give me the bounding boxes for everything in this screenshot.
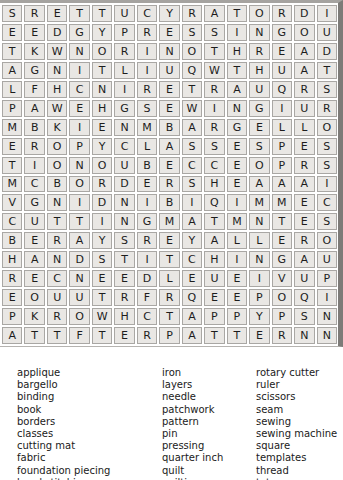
grid-cell-r17c10: P bbox=[204, 308, 224, 325]
grid-cell-r11c10: Q bbox=[204, 194, 224, 211]
grid-cell-r15c6: E bbox=[114, 270, 134, 287]
grid-cell-r2c13: G bbox=[272, 24, 292, 41]
grid-cell-r17c4: O bbox=[69, 308, 89, 325]
grid-cell-r2c7: R bbox=[137, 24, 157, 41]
grid-cell-r12c8: M bbox=[159, 213, 179, 230]
grid-cell-r6c13: I bbox=[272, 100, 292, 117]
grid-cell-r6c6: G bbox=[114, 100, 134, 117]
grid-cell-r4c1: A bbox=[2, 62, 22, 79]
grid-cell-r14c9: C bbox=[182, 251, 202, 268]
grid-cell-r1c15: I bbox=[317, 5, 337, 22]
grid-cell-r6c14: U bbox=[294, 100, 314, 117]
grid-cell-r10c1: M bbox=[2, 176, 22, 193]
grid-cell-r3c14: A bbox=[294, 43, 314, 60]
grid-cell-r12c15: S bbox=[317, 213, 337, 230]
grid-cell-r4c13: U bbox=[272, 62, 292, 79]
grid-cell-r4c12: H bbox=[249, 62, 269, 79]
grid-cell-r7c5: E bbox=[92, 119, 112, 136]
grid-cell-r11c14: E bbox=[294, 194, 314, 211]
grid-cell-r9c7: B bbox=[137, 157, 157, 174]
grid-cell-r4c8: U bbox=[159, 62, 179, 79]
grid-cell-r5c5: N bbox=[92, 81, 112, 98]
grid-cell-r18c3: T bbox=[47, 327, 67, 344]
grid-cell-r18c13: R bbox=[272, 327, 292, 344]
grid-cell-r11c12: M bbox=[249, 194, 269, 211]
grid-cell-r17c12: Y bbox=[249, 308, 269, 325]
grid-cell-r13c4: A bbox=[69, 232, 89, 249]
grid-cell-r17c5: W bbox=[92, 308, 112, 325]
grid-cell-r11c4: I bbox=[69, 194, 89, 211]
grid-cell-r1c10: A bbox=[204, 5, 224, 22]
grid-cell-r10c9: S bbox=[182, 176, 202, 193]
grid-cell-r16c9: Q bbox=[182, 289, 202, 306]
word-list-item: needle bbox=[162, 391, 223, 403]
grid-cell-r14c6: T bbox=[114, 251, 134, 268]
grid-cell-r14c8: T bbox=[159, 251, 179, 268]
grid-cell-r15c7: D bbox=[137, 270, 157, 287]
grid-cell-r10c11: E bbox=[227, 176, 247, 193]
word-list-item: rotary cutter bbox=[256, 367, 337, 379]
grid-cell-r8c9: S bbox=[182, 138, 202, 155]
word-list-item: sewing machine bbox=[256, 428, 337, 440]
grid-cell-r18c6: E bbox=[114, 327, 134, 344]
grid-cell-r13c14: R bbox=[294, 232, 314, 249]
grid-cell-r9c12: O bbox=[249, 157, 269, 174]
grid-cell-r3c13: E bbox=[272, 43, 292, 60]
word-list-item: layers bbox=[162, 379, 223, 391]
grid-cell-r7c3: K bbox=[47, 119, 67, 136]
grid-cell-r14c7: I bbox=[137, 251, 157, 268]
word-list-item: sewing bbox=[256, 416, 337, 428]
grid-cell-r15c10: U bbox=[204, 270, 224, 287]
grid-cell-r7c7: M bbox=[137, 119, 157, 136]
grid-cell-r10c2: C bbox=[24, 176, 44, 193]
grid-cell-r16c4: U bbox=[69, 289, 89, 306]
grid-cell-r1c3: E bbox=[47, 5, 67, 22]
grid-cell-r13c6: S bbox=[114, 232, 134, 249]
grid-cell-r14c3: N bbox=[47, 251, 67, 268]
grid-cell-r2c15: U bbox=[317, 24, 337, 41]
grid-cell-r2c11: I bbox=[227, 24, 247, 41]
grid-cell-r17c2: K bbox=[24, 308, 44, 325]
grid-cell-r7c9: A bbox=[182, 119, 202, 136]
grid-cell-r5c12: U bbox=[249, 81, 269, 98]
grid-cell-r17c8: T bbox=[159, 308, 179, 325]
grid-cell-r8c14: E bbox=[294, 138, 314, 155]
word-search-grid: SRETTUCYRATORDIEEDGYPRESSINGOUTKWNORINOT… bbox=[0, 0, 343, 347]
grid-cell-r18c12: E bbox=[249, 327, 269, 344]
grid-cell-r15c4: N bbox=[69, 270, 89, 287]
grid-cell-r17c3: R bbox=[47, 308, 67, 325]
grid-cell-r12c6: N bbox=[114, 213, 134, 230]
grid-cell-r9c5: O bbox=[92, 157, 112, 174]
grid-cell-r3c2: K bbox=[24, 43, 44, 60]
grid-cell-r4c9: Q bbox=[182, 62, 202, 79]
grid-cell-r8c1: E bbox=[2, 138, 22, 155]
grid-cell-r7c8: B bbox=[159, 119, 179, 136]
word-list-item: book bbox=[17, 404, 110, 416]
word-column-3: rotary cutterrulerscissorsseamsewingsewi… bbox=[256, 367, 337, 480]
grid-cell-r1c1: S bbox=[2, 5, 22, 22]
grid-cell-r5c14: R bbox=[294, 81, 314, 98]
grid-cell-r1c2: R bbox=[24, 5, 44, 22]
word-list-item: bargello bbox=[17, 379, 110, 391]
grid-cell-r9c1: T bbox=[2, 157, 22, 174]
grid-cell-r13c9: Y bbox=[182, 232, 202, 249]
grid-cell-r17c7: C bbox=[137, 308, 157, 325]
grid-cell-r9c4: N bbox=[69, 157, 89, 174]
grid-cell-r18c15: N bbox=[317, 327, 337, 344]
grid-cell-r12c9: A bbox=[182, 213, 202, 230]
grid-cell-r5c9: T bbox=[182, 81, 202, 98]
grid-cell-r14c5: S bbox=[92, 251, 112, 268]
grid-cell-r16c6: R bbox=[114, 289, 134, 306]
grid-cell-r17c15: N bbox=[317, 308, 337, 325]
grid-cell-r14c11: I bbox=[227, 251, 247, 268]
grid-cell-r6c8: E bbox=[159, 100, 179, 117]
grid-cell-r2c12: N bbox=[249, 24, 269, 41]
grid-cell-r11c8: B bbox=[159, 194, 179, 211]
grid-cell-r5c8: E bbox=[159, 81, 179, 98]
grid-cell-r15c14: U bbox=[294, 270, 314, 287]
grid-cell-r10c8: R bbox=[159, 176, 179, 193]
grid-cell-r8c5: Y bbox=[92, 138, 112, 155]
grid-cell-r4c10: W bbox=[204, 62, 224, 79]
grid-cell-r12c5: I bbox=[92, 213, 112, 230]
grid-cell-r14c14: A bbox=[294, 251, 314, 268]
grid-cell-r18c14: N bbox=[294, 327, 314, 344]
word-list-item: pressing bbox=[162, 440, 223, 452]
grid-cell-r14c2: A bbox=[24, 251, 44, 268]
grid-cell-r9c9: C bbox=[182, 157, 202, 174]
grid-cell-r3c1: T bbox=[2, 43, 22, 60]
grid-cell-r3c5: O bbox=[92, 43, 112, 60]
grid-cell-r17c11: P bbox=[227, 308, 247, 325]
grid-cell-r11c15: C bbox=[317, 194, 337, 211]
grid-cell-r16c2: O bbox=[24, 289, 44, 306]
grid-cell-r16c5: T bbox=[92, 289, 112, 306]
grid-cell-r9c6: U bbox=[114, 157, 134, 174]
grid-cell-r2c3: D bbox=[47, 24, 67, 41]
word-list-item: quarter inch bbox=[162, 452, 223, 464]
grid-cell-r16c12: P bbox=[249, 289, 269, 306]
grid-cell-r4c2: G bbox=[24, 62, 44, 79]
word-list-item: thread bbox=[256, 465, 337, 477]
grid-cell-r13c7: R bbox=[137, 232, 157, 249]
grid-cell-r9c8: E bbox=[159, 157, 179, 174]
grid-cell-r2c4: G bbox=[69, 24, 89, 41]
grid-cell-r9c11: E bbox=[227, 157, 247, 174]
grid-cell-r12c4: T bbox=[69, 213, 89, 230]
grid-cell-r15c15: P bbox=[317, 270, 337, 287]
grid-cell-r16c13: O bbox=[272, 289, 292, 306]
grid-cell-r13c11: L bbox=[227, 232, 247, 249]
grid-cell-r18c2: T bbox=[24, 327, 44, 344]
grid-cell-r3c12: R bbox=[249, 43, 269, 60]
grid-cell-r1c14: D bbox=[294, 5, 314, 22]
grid-cell-r2c1: E bbox=[2, 24, 22, 41]
grid-cell-r4c11: T bbox=[227, 62, 247, 79]
grid-cell-r14c15: U bbox=[317, 251, 337, 268]
grid-cell-r16c14: Q bbox=[294, 289, 314, 306]
grid-cell-r13c13: E bbox=[272, 232, 292, 249]
grid-cell-r12c10: T bbox=[204, 213, 224, 230]
grid-cell-r16c7: F bbox=[137, 289, 157, 306]
grid-cell-r8c4: P bbox=[69, 138, 89, 155]
grid-cell-r9c2: I bbox=[24, 157, 44, 174]
word-list-item: quilt bbox=[162, 465, 223, 477]
grid-cell-r1c7: C bbox=[137, 5, 157, 22]
grid-cell-r13c10: A bbox=[204, 232, 224, 249]
word-list: appliquebargellobindingbookbordersclasse… bbox=[0, 367, 343, 480]
grid-cell-r10c10: H bbox=[204, 176, 224, 193]
grid-cell-r18c10: T bbox=[204, 327, 224, 344]
grid-cell-r4c6: L bbox=[114, 62, 134, 79]
grid-cell-r10c7: E bbox=[137, 176, 157, 193]
grid-cell-r9c13: P bbox=[272, 157, 292, 174]
grid-cell-r13c12: L bbox=[249, 232, 269, 249]
word-list-item: borders bbox=[17, 416, 110, 428]
grid-cell-r15c8: L bbox=[159, 270, 179, 287]
grid-cell-r11c13: M bbox=[272, 194, 292, 211]
grid-cell-r6c7: S bbox=[137, 100, 157, 117]
grid-cell-r7c2: B bbox=[24, 119, 44, 136]
grid-cell-r15c1: R bbox=[2, 270, 22, 287]
grid-cell-r2c6: P bbox=[114, 24, 134, 41]
grid-cell-r5c1: L bbox=[2, 81, 22, 98]
grid-cell-r6c3: W bbox=[47, 100, 67, 117]
grid-cell-r8c6: C bbox=[114, 138, 134, 155]
grid-cell-r18c5: T bbox=[92, 327, 112, 344]
grid-cell-r4c15: T bbox=[317, 62, 337, 79]
grid-cell-r18c11: T bbox=[227, 327, 247, 344]
grid-cell-r12c3: T bbox=[47, 213, 67, 230]
grid-cell-r2c14: O bbox=[294, 24, 314, 41]
grid-cell-r13c8: E bbox=[159, 232, 179, 249]
grid-cell-r14c4: D bbox=[69, 251, 89, 268]
grid-cell-r1c13: R bbox=[272, 5, 292, 22]
word-list-item: pattern bbox=[162, 416, 223, 428]
grid-cell-r4c7: I bbox=[137, 62, 157, 79]
grid-cell-r7c6: N bbox=[114, 119, 134, 136]
grid-cell-r10c14: A bbox=[294, 176, 314, 193]
grid-cell-r11c2: G bbox=[24, 194, 44, 211]
word-list-item: seam bbox=[256, 404, 337, 416]
grid-cell-r5c10: R bbox=[204, 81, 224, 98]
grid-cell-r6c5: H bbox=[92, 100, 112, 117]
grid-cell-r13c3: R bbox=[47, 232, 67, 249]
grid-cell-r11c3: N bbox=[47, 194, 67, 211]
grid-cell-r11c5: D bbox=[92, 194, 112, 211]
grid-cell-r7c15: O bbox=[317, 119, 337, 136]
word-list-item: binding bbox=[17, 391, 110, 403]
grid-cell-r5c2: F bbox=[24, 81, 44, 98]
grid-cell-r8c7: L bbox=[137, 138, 157, 155]
grid-cell-r7c1: M bbox=[2, 119, 22, 136]
grid-cell-r12c1: C bbox=[2, 213, 22, 230]
grid-cell-r13c2: E bbox=[24, 232, 44, 249]
word-list-item: patchwork bbox=[162, 404, 223, 416]
grid-cell-r7c10: R bbox=[204, 119, 224, 136]
grid-cell-r18c9: A bbox=[182, 327, 202, 344]
grid-cell-r4c5: T bbox=[92, 62, 112, 79]
grid-cell-r16c15: I bbox=[317, 289, 337, 306]
grid-cell-r10c3: B bbox=[47, 176, 67, 193]
grid-cell-r6c9: W bbox=[182, 100, 202, 117]
grid-cell-r11c7: I bbox=[137, 194, 157, 211]
word-list-item: cutting mat bbox=[17, 440, 110, 452]
grid-cell-r2c10: S bbox=[204, 24, 224, 41]
grid-cell-r7c4: I bbox=[69, 119, 89, 136]
grid-cell-r1c5: T bbox=[92, 5, 112, 22]
grid-cell-r17c13: P bbox=[272, 308, 292, 325]
grid-cell-r1c4: T bbox=[69, 5, 89, 22]
grid-cell-r1c6: U bbox=[114, 5, 134, 22]
grid-cell-r17c6: H bbox=[114, 308, 134, 325]
grid-cell-r15c5: E bbox=[92, 270, 112, 287]
grid-cell-r17c1: P bbox=[2, 308, 22, 325]
grid-cell-r3c9: O bbox=[182, 43, 202, 60]
grid-cell-r9c3: O bbox=[47, 157, 67, 174]
grid-cell-r8c8: A bbox=[159, 138, 179, 155]
grid-cell-r2c8: E bbox=[159, 24, 179, 41]
word-list-item: fabric bbox=[17, 452, 110, 464]
grid-cell-r12c11: M bbox=[227, 213, 247, 230]
grid-cell-r10c13: A bbox=[272, 176, 292, 193]
grid-cell-r15c13: V bbox=[272, 270, 292, 287]
grid-cell-r11c9: I bbox=[182, 194, 202, 211]
grid-cell-r4c4: I bbox=[69, 62, 89, 79]
word-list-item: applique bbox=[17, 367, 110, 379]
word-list-item: classes bbox=[17, 428, 110, 440]
grid-cell-r3c6: R bbox=[114, 43, 134, 60]
grid-cell-r12c14: E bbox=[294, 213, 314, 230]
grid-cell-r10c4: O bbox=[69, 176, 89, 193]
grid-cell-r12c12: N bbox=[249, 213, 269, 230]
grid-cell-r14c13: G bbox=[272, 251, 292, 268]
grid-cell-r10c15: I bbox=[317, 176, 337, 193]
grid-cell-r6c4: E bbox=[69, 100, 89, 117]
grid-cell-r6c1: P bbox=[2, 100, 22, 117]
grid-cell-r15c12: I bbox=[249, 270, 269, 287]
grid-cell-r3c7: I bbox=[137, 43, 157, 60]
grid-cell-r1c12: O bbox=[249, 5, 269, 22]
grid-cell-r7c12: E bbox=[249, 119, 269, 136]
grid-cell-r6c10: I bbox=[204, 100, 224, 117]
grid-cell-r7c13: L bbox=[272, 119, 292, 136]
grid-cell-r11c6: N bbox=[114, 194, 134, 211]
grid-cell-r9c15: S bbox=[317, 157, 337, 174]
grid-cell-r3c3: W bbox=[47, 43, 67, 60]
grid-cell-r14c12: N bbox=[249, 251, 269, 268]
grid-cell-r1c8: Y bbox=[159, 5, 179, 22]
grid-cell-r3c10: T bbox=[204, 43, 224, 60]
grid-cell-r1c11: T bbox=[227, 5, 247, 22]
grid-cell-r5c4: C bbox=[69, 81, 89, 98]
grid-cell-r10c12: A bbox=[249, 176, 269, 193]
grid-cell-r8c13: P bbox=[272, 138, 292, 155]
grid-cell-r15c3: C bbox=[47, 270, 67, 287]
grid-cell-r6c12: G bbox=[249, 100, 269, 117]
grid-cell-r4c14: A bbox=[294, 62, 314, 79]
grid-cell-r1c9: R bbox=[182, 5, 202, 22]
word-list-item: templates bbox=[256, 452, 337, 464]
grid-cell-r2c9: S bbox=[182, 24, 202, 41]
grid-cell-r10c6: D bbox=[114, 176, 134, 193]
grid-cell-r5c7: R bbox=[137, 81, 157, 98]
grid-cell-r10c5: R bbox=[92, 176, 112, 193]
grid-cell-r12c2: U bbox=[24, 213, 44, 230]
grid-cell-r7c14: L bbox=[294, 119, 314, 136]
grid-cell-r15c2: E bbox=[24, 270, 44, 287]
word-list-item: ruler bbox=[256, 379, 337, 391]
grid-cell-r17c9: A bbox=[182, 308, 202, 325]
grid-cell-r16c8: R bbox=[159, 289, 179, 306]
grid-cell-r6c15: R bbox=[317, 100, 337, 117]
grid-cell-r8c3: O bbox=[47, 138, 67, 155]
grid-cell-r8c11: E bbox=[227, 138, 247, 155]
grid-cell-r16c11: E bbox=[227, 289, 247, 306]
grid-cell-r18c1: A bbox=[2, 327, 22, 344]
grid-cell-r9c14: R bbox=[294, 157, 314, 174]
grid-cell-r16c1: E bbox=[2, 289, 22, 306]
grid-cell-r15c9: E bbox=[182, 270, 202, 287]
word-list-item: square bbox=[256, 440, 337, 452]
grid-cell-r12c13: T bbox=[272, 213, 292, 230]
grid-cell-r8c10: S bbox=[204, 138, 224, 155]
grid-cell-r16c10: E bbox=[204, 289, 224, 306]
word-column-2: ironlayersneedlepatchworkpatternpinpress… bbox=[162, 367, 223, 480]
grid-cell-r11c11: I bbox=[227, 194, 247, 211]
grid-cell-r3c4: N bbox=[69, 43, 89, 60]
grid-cell-r8c2: R bbox=[24, 138, 44, 155]
grid-cell-r3c8: N bbox=[159, 43, 179, 60]
grid-cell-r18c8: P bbox=[159, 327, 179, 344]
grid-cell-r5c11: A bbox=[227, 81, 247, 98]
grid-cell-r18c7: R bbox=[137, 327, 157, 344]
grid-cell-r5c3: H bbox=[47, 81, 67, 98]
grid-cell-r2c2: E bbox=[24, 24, 44, 41]
word-list-item: pin bbox=[162, 428, 223, 440]
grid-cell-r13c1: B bbox=[2, 232, 22, 249]
grid-cell-r5c15: S bbox=[317, 81, 337, 98]
grid-cell-r2c5: Y bbox=[92, 24, 112, 41]
grid-cell-r8c12: S bbox=[249, 138, 269, 155]
grid-cell-r14c10: H bbox=[204, 251, 224, 268]
grid-cell-r5c6: I bbox=[114, 81, 134, 98]
grid-cell-r6c11: N bbox=[227, 100, 247, 117]
grid-cell-r4c3: N bbox=[47, 62, 67, 79]
word-column-1: appliquebargellobindingbookbordersclasse… bbox=[17, 367, 110, 480]
grid-cell-r13c5: Y bbox=[92, 232, 112, 249]
grid-cell-r6c2: A bbox=[24, 100, 44, 117]
grid-cell-r17c14: S bbox=[294, 308, 314, 325]
grid-cell-r7c11: G bbox=[227, 119, 247, 136]
word-list-item: iron bbox=[162, 367, 223, 379]
grid-cell-r5c13: Q bbox=[272, 81, 292, 98]
grid-cell-r15c11: E bbox=[227, 270, 247, 287]
grid-cell-r16c3: U bbox=[47, 289, 67, 306]
word-list-item: foundation piecing bbox=[17, 465, 110, 477]
word-list-item: scissors bbox=[256, 391, 337, 403]
grid-cell-r9c10: C bbox=[204, 157, 224, 174]
grid-cell-r11c1: V bbox=[2, 194, 22, 211]
grid-cell-r3c15: D bbox=[317, 43, 337, 60]
grid-cell-r18c4: F bbox=[69, 327, 89, 344]
grid-cell-r14c1: H bbox=[2, 251, 22, 268]
grid-cell-r3c11: H bbox=[227, 43, 247, 60]
grid-cell-r8c15: S bbox=[317, 138, 337, 155]
